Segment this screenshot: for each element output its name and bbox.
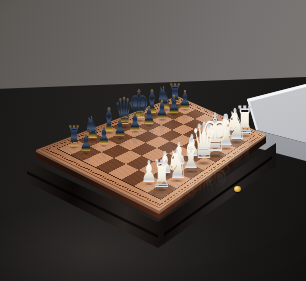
pieces-layer: ♜♜♞♞♝♝♛♛♚♚♝♝♞♞♜♜♟♟♟♟♟♟♟♟♟♟♟♟♟♟♟♟♟♟♟♟♟♟♟♟… — [0, 0, 306, 281]
chess-set-photo: ♜♜♞♞♝♝♛♛♚♚♝♝♞♞♜♜♟♟♟♟♟♟♟♟♟♟♟♟♟♟♟♟♟♟♟♟♟♟♟♟… — [0, 0, 306, 281]
piece-black-pawn: ♟ — [155, 98, 168, 123]
piece-black-pawn: ♟ — [97, 124, 110, 149]
piece-white-rook: ♜ — [152, 156, 172, 194]
piece-black-pawn: ♟ — [79, 132, 92, 157]
piece-black-pawn: ♟ — [143, 104, 156, 129]
piece-black-pawn: ♟ — [129, 110, 142, 135]
piece-black-pawn: ♟ — [167, 93, 180, 118]
piece-black-pawn: ♟ — [114, 117, 127, 142]
